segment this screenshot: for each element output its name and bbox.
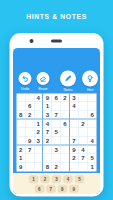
speaker-slot [51, 40, 62, 43]
key-1[interactable]: 1 [29, 176, 38, 184]
banner-title: HINTS & NOTES [0, 13, 113, 21]
sudoku-cell-r6c8[interactable] [79, 137, 88, 146]
sudoku-cell-r7c3[interactable] [34, 146, 43, 155]
sudoku-cell-r7c2[interactable]: 7 [25, 146, 34, 155]
sudoku-cell-r5c8[interactable] [79, 128, 88, 137]
number-pad-row: 6789 [35, 185, 79, 193]
key-3[interactable]: 3 [52, 176, 61, 184]
sudoku-cell-r6c6[interactable] [61, 137, 70, 146]
sudoku-cell-r6c5[interactable] [52, 137, 61, 146]
toolbar: UndoEraseNotesHint [13, 48, 100, 92]
sudoku-cell-r6c4[interactable]: 2 [43, 137, 52, 146]
sudoku-cell-r1c5[interactable]: 6 [52, 94, 61, 103]
sudoku-cell-r1c1[interactable] [17, 94, 26, 103]
sudoku-cell-r8c4[interactable] [43, 154, 52, 163]
sudoku-cell-r3c5[interactable]: 7 [52, 111, 61, 120]
sudoku-cell-r4c1[interactable] [17, 120, 26, 129]
sudoku-cell-r4c6[interactable]: 6 [61, 120, 70, 129]
eraser-icon[interactable] [37, 72, 50, 85]
sudoku-cell-r4c8[interactable]: 2 [79, 120, 88, 129]
sudoku-cell-r9c1[interactable]: 9 [17, 163, 26, 172]
sudoku-cell-r7c7[interactable]: 9 [70, 146, 79, 155]
sudoku-cell-r8c1[interactable]: 1 [17, 154, 26, 163]
sudoku-cell-r6c1[interactable] [17, 137, 26, 146]
sudoku-cell-r3c1[interactable]: 8 [17, 111, 26, 120]
sudoku-cell-r8c6[interactable] [61, 154, 70, 163]
sudoku-cell-r3c3[interactable] [34, 111, 43, 120]
sudoku-cell-r2c2[interactable]: 6 [25, 102, 34, 111]
sudoku-cell-r4c3[interactable]: 1 [34, 120, 43, 129]
sudoku-cell-r5c4[interactable]: 7 [43, 128, 52, 137]
tool-label: Undo [21, 87, 29, 91]
sudoku-cell-r5c9[interactable] [88, 128, 97, 137]
sudoku-cell-r2c7[interactable]: 4 [70, 102, 79, 111]
app-screen: UndoEraseNotesHint 496236148237614622759… [13, 48, 100, 194]
sudoku-cell-r3c7[interactable] [70, 111, 79, 120]
key-6[interactable]: 6 [35, 185, 44, 193]
notes-button[interactable]: Notes [60, 71, 76, 92]
sudoku-cell-r4c4[interactable]: 4 [43, 120, 52, 129]
key-7[interactable]: 7 [46, 185, 55, 193]
sudoku-cell-r5c1[interactable] [17, 128, 26, 137]
sudoku-cell-r6c2[interactable]: 9 [25, 137, 34, 146]
sudoku-grid: 49623614823761462275932742739412759821 [15, 92, 98, 173]
sudoku-cell-r9c6[interactable] [61, 163, 70, 172]
sudoku-cell-r1c3[interactable]: 4 [34, 94, 43, 103]
sudoku-cell-r7c6[interactable] [61, 146, 70, 155]
sudoku-cell-r9c5[interactable]: 2 [52, 163, 61, 172]
sudoku-cell-r7c8[interactable]: 4 [79, 146, 88, 155]
sudoku-cell-r1c4[interactable]: 9 [43, 94, 52, 103]
sudoku-cell-r6c7[interactable]: 7 [70, 137, 79, 146]
app-store-screenshot: HINTS & NOTES UndoEraseNotesHint 4962361… [0, 0, 113, 200]
sudoku-cell-r9c9[interactable]: 1 [88, 163, 97, 172]
tool-label: Notes [63, 88, 72, 92]
sudoku-cell-r5c6[interactable] [61, 128, 70, 137]
sudoku-cell-r5c2[interactable] [25, 128, 34, 137]
sudoku-cell-r8c9[interactable]: 5 [88, 154, 97, 163]
hint-button[interactable]: Hint [82, 71, 98, 92]
erase-button[interactable]: Erase [37, 72, 50, 90]
sudoku-cell-r5c5[interactable]: 5 [52, 128, 61, 137]
sudoku-cell-r3c9[interactable]: 6 [88, 111, 97, 120]
sudoku-cell-r7c5[interactable]: 3 [52, 146, 61, 155]
sudoku-cell-r6c3[interactable]: 3 [34, 137, 43, 146]
sudoku-cell-r9c7[interactable] [70, 163, 79, 172]
sudoku-cell-r8c3[interactable] [34, 154, 43, 163]
sudoku-cell-r2c4[interactable]: 1 [43, 102, 52, 111]
tool-label: Erase [38, 87, 47, 91]
undo-icon[interactable] [19, 72, 32, 85]
sudoku-cell-r1c2[interactable] [25, 94, 34, 103]
tool-label: Hint [87, 88, 93, 92]
sudoku-cell-r8c2[interactable] [25, 154, 34, 163]
sudoku-cell-r1c8[interactable] [79, 94, 88, 103]
camera-dot [30, 39, 34, 43]
sudoku-cell-r4c9[interactable] [88, 120, 97, 129]
sudoku-cell-r3c4[interactable]: 3 [43, 111, 52, 120]
sudoku-cell-r4c2[interactable] [25, 120, 34, 129]
sudoku-cell-r7c9[interactable] [88, 146, 97, 155]
key-4[interactable]: 4 [64, 176, 73, 184]
sudoku-cell-r2c5[interactable] [52, 102, 61, 111]
sudoku-cell-r5c7[interactable] [70, 128, 79, 137]
sudoku-board-area: 49623614823761462275932742739412759821 [13, 92, 100, 173]
sudoku-cell-r3c8[interactable] [79, 111, 88, 120]
pencil-icon[interactable] [60, 71, 76, 87]
sudoku-cell-r4c7[interactable] [70, 120, 79, 129]
phone-mockup: UndoEraseNotesHint 496236148237614622759… [10, 33, 104, 197]
sudoku-cell-r3c2[interactable]: 2 [25, 111, 34, 120]
sudoku-cell-r2c3[interactable] [34, 102, 43, 111]
number-pad-row: 12345 [29, 176, 84, 184]
sudoku-cell-r6c9[interactable]: 4 [88, 137, 97, 146]
sudoku-cell-r8c7[interactable]: 2 [70, 154, 79, 163]
number-pad: 123456789 [13, 173, 100, 194]
sudoku-cell-r9c3[interactable] [34, 163, 43, 172]
sudoku-cell-r9c2[interactable] [25, 163, 34, 172]
sudoku-cell-r4c5[interactable] [52, 120, 61, 129]
key-2[interactable]: 2 [41, 176, 50, 184]
sudoku-cell-r1c9[interactable] [88, 94, 97, 103]
undo-button[interactable]: Undo [19, 72, 32, 90]
sudoku-cell-r2c6[interactable] [61, 102, 70, 111]
sudoku-cell-r7c1[interactable]: 2 [17, 146, 26, 155]
sudoku-cell-r9c4[interactable]: 8 [43, 163, 52, 172]
sudoku-cell-r9c8[interactable] [79, 163, 88, 172]
sudoku-cell-r2c1[interactable] [17, 102, 26, 111]
sudoku-cell-r2c9[interactable] [88, 102, 97, 111]
sudoku-cell-r3c6[interactable] [61, 111, 70, 120]
sudoku-cell-r5c3[interactable]: 2 [34, 128, 43, 137]
key-9[interactable]: 9 [69, 185, 78, 193]
sudoku-cell-r7c4[interactable] [43, 146, 52, 155]
sudoku-cell-r8c8[interactable]: 7 [79, 154, 88, 163]
sudoku-cell-r1c7[interactable]: 3 [70, 94, 79, 103]
sudoku-cell-r2c8[interactable] [79, 102, 88, 111]
key-5[interactable]: 5 [75, 176, 84, 184]
key-8[interactable]: 8 [58, 185, 67, 193]
sudoku-cell-r8c5[interactable] [52, 154, 61, 163]
sudoku-cell-r1c6[interactable]: 2 [61, 94, 70, 103]
lightbulb-icon[interactable] [82, 71, 98, 87]
